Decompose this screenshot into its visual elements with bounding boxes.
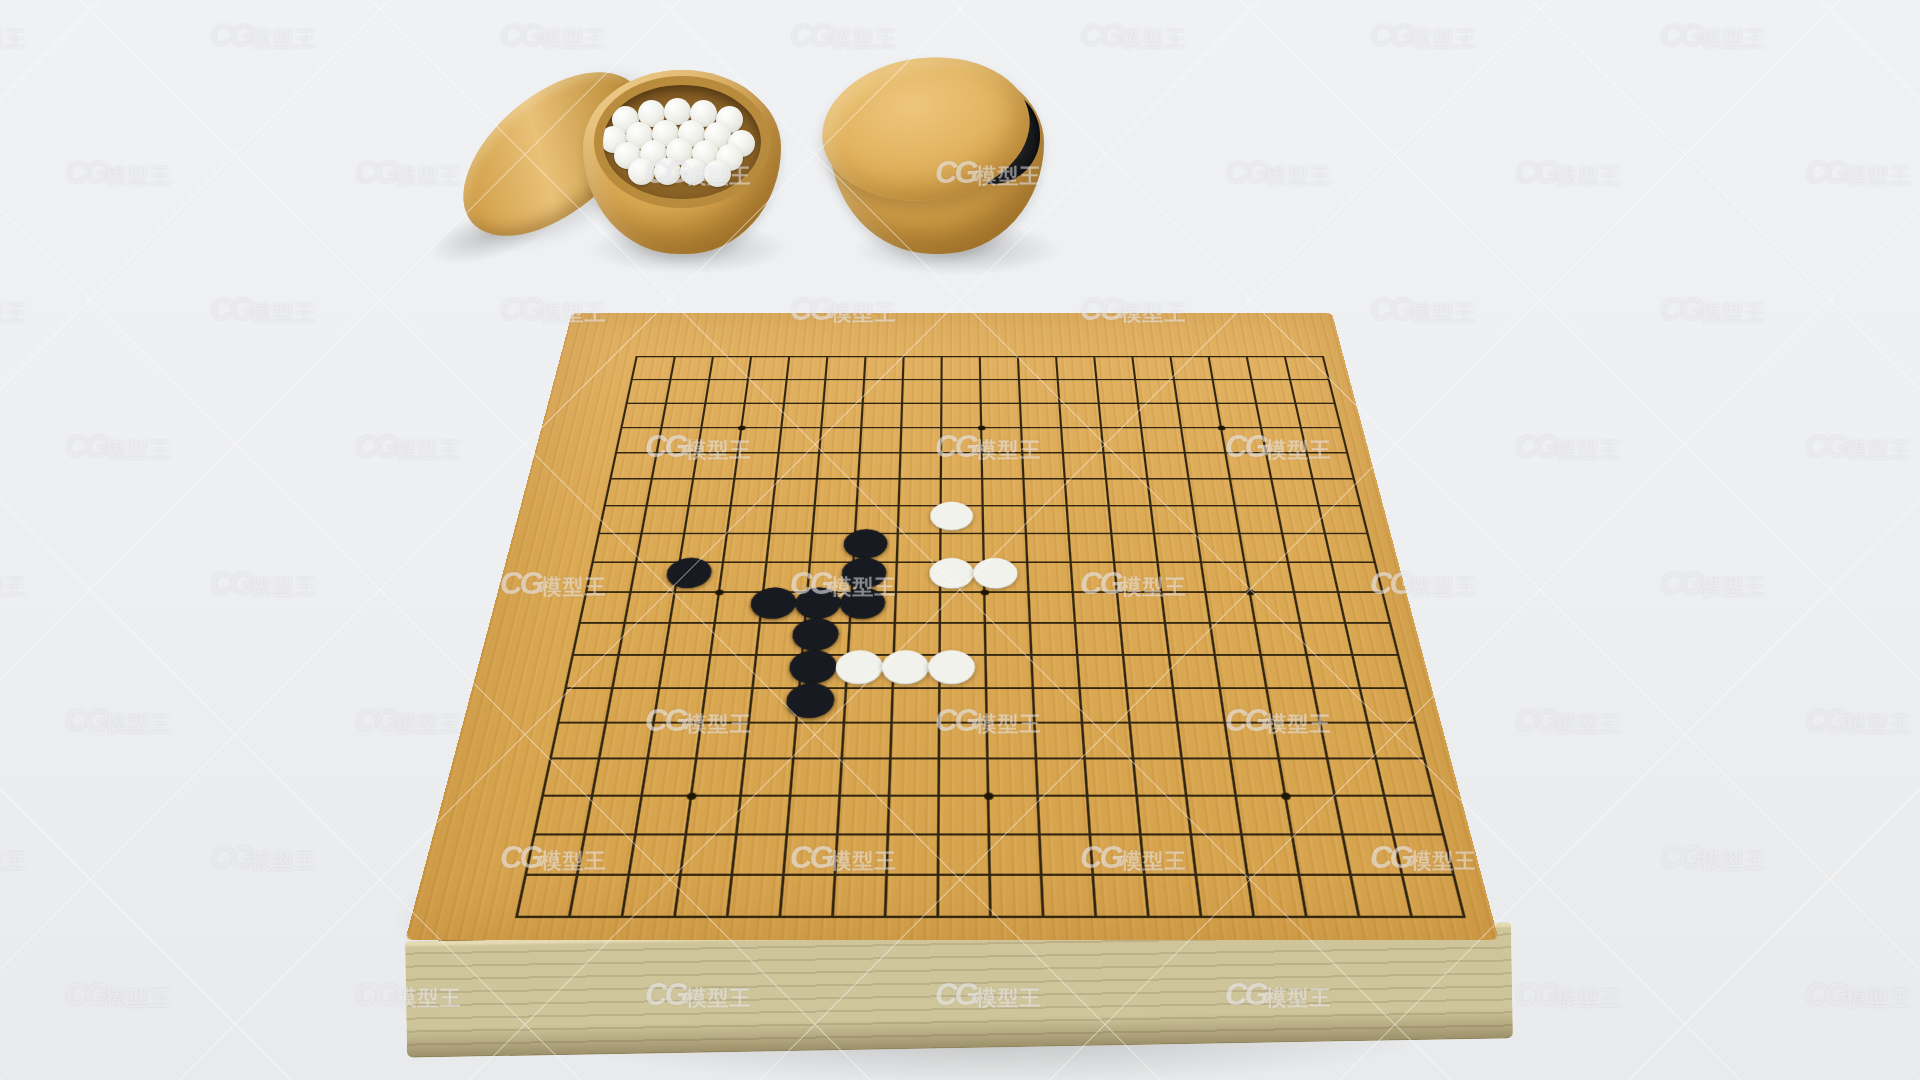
watermark-text: CG模型王 (1370, 18, 1477, 54)
watermark-text: CG模型王 (65, 155, 172, 191)
watermark-text: CG模型王 (1515, 703, 1622, 739)
render-scene: ●●●●●●●●●●●●●●● CG模型王CG模型王CG模型王CG模型王CG模型… (0, 0, 1920, 1080)
white-stone-bowl (583, 70, 781, 254)
watermark-text: CG模型王 (1805, 977, 1912, 1013)
watermark-text: CG模型王 (1080, 18, 1187, 54)
white-stone: ● (882, 647, 929, 680)
watermark-text: CG模型王 (1225, 155, 1332, 191)
black-stone: ● (785, 680, 835, 714)
black-stone: ● (665, 555, 713, 585)
black-stone: ● (839, 585, 885, 616)
watermark-text: CG模型王 (1515, 155, 1622, 191)
watermark-text: CG模型王 (1805, 155, 1912, 191)
watermark-text: CG模型王 (210, 840, 317, 876)
watermark-text: CG模型王 (1660, 566, 1767, 602)
go-board: ●●●●●●●●●●●●●●● (405, 313, 1499, 940)
board-wood-surface: ●●●●●●●●●●●●●●● (405, 313, 1499, 940)
watermark-text: CG模型王 (500, 18, 607, 54)
black-stone-bowl (830, 62, 1044, 254)
watermark-text: CG模型王 (355, 429, 462, 465)
white-stone: ● (835, 647, 883, 680)
black-stone: ● (750, 585, 798, 616)
watermark-text: CG模型王 (1660, 840, 1767, 876)
board-grid: ●●●●●●●●●●●●●●● (454, 329, 1449, 906)
watermark-text: CG模型王 (0, 566, 27, 602)
watermark-text: CG模型王 (0, 292, 27, 328)
watermark-text: CG模型王 (1660, 18, 1767, 54)
watermark-text: CG模型王 (1660, 292, 1767, 328)
white-stone: ● (929, 555, 973, 585)
white-stone: ● (928, 647, 975, 680)
white-bowl-opening (594, 76, 770, 208)
watermark-text: CG模型王 (790, 18, 897, 54)
watermark-text: CG模型王 (65, 703, 172, 739)
white-stones-in-bowl (605, 91, 759, 193)
watermark-text: CG模型王 (355, 703, 462, 739)
watermark-text: CG模型王 (1515, 429, 1622, 465)
watermark-text: CG模型王 (355, 155, 462, 191)
board-intersections: ●●●●●●●●●●●●●●● (454, 329, 1449, 906)
white-stone: ● (930, 499, 973, 527)
watermark-text: CG模型王 (1805, 703, 1912, 739)
white-stone-in-bowl (704, 160, 731, 187)
watermark-text: CG模型王 (210, 292, 317, 328)
white-stone-in-bowl (680, 158, 707, 185)
watermark-text: CG模型王 (210, 18, 317, 54)
watermark-text: CG模型王 (0, 18, 27, 54)
white-stone-in-bowl (628, 158, 655, 185)
watermark-text: CG模型王 (210, 566, 317, 602)
white-stone: ● (973, 555, 1017, 585)
watermark-text: CG模型王 (65, 977, 172, 1013)
watermark-text: CG模型王 (1805, 429, 1912, 465)
white-stone-in-bowl (654, 158, 681, 185)
watermark-text: CG模型王 (1370, 292, 1477, 328)
watermark-text: CG模型王 (65, 429, 172, 465)
board-front-side-face (405, 922, 1513, 1057)
watermark-text: CG模型王 (0, 840, 27, 876)
